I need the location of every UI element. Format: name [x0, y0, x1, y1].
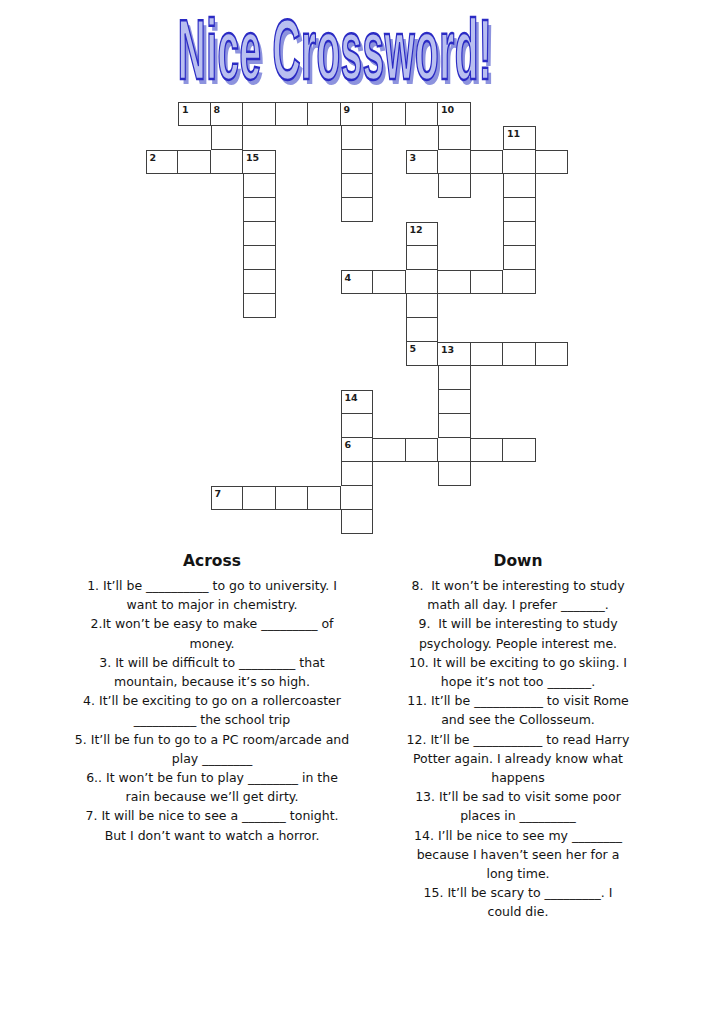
clue-across-6-line: 6.. It won’t be fun to play ________ in … [58, 768, 366, 787]
grid-cell[interactable]: 2 [146, 150, 179, 174]
clue-down-9-line: psychology. People interest me. [388, 634, 648, 653]
grid-cell[interactable] [243, 270, 276, 294]
grid-cell[interactable] [471, 342, 504, 366]
cell-number: 13 [441, 344, 454, 355]
clue-across-4-line: __________ the school trip [58, 710, 366, 729]
clue-down-14-line: 14. I’ll be nice to see my ________ [388, 826, 648, 845]
grid-cell[interactable] [341, 126, 374, 150]
grid-cell[interactable] [341, 486, 374, 510]
clue-across-2-line: 2.It won’t be easy to make _________ of [58, 614, 366, 633]
grid-cell[interactable] [341, 198, 374, 222]
grid-cell[interactable] [438, 414, 471, 438]
grid-cell[interactable] [243, 486, 276, 510]
grid-cell[interactable]: 15 [243, 150, 276, 174]
grid-cell[interactable] [406, 102, 439, 126]
grid-cell[interactable] [406, 438, 439, 462]
grid-cell[interactable] [438, 390, 471, 414]
cell-number: 6 [345, 439, 352, 450]
clue-across-6-line: rain because we’ll get dirty. [58, 787, 366, 806]
grid-cell[interactable] [438, 438, 471, 462]
grid-cell[interactable] [308, 102, 341, 126]
clue-down-8-line: 8. It won’t be interesting to study [388, 576, 648, 595]
grid-cell[interactable] [471, 270, 504, 294]
grid-cell[interactable] [341, 150, 374, 174]
grid-cell[interactable]: 14 [341, 390, 374, 414]
grid-cell[interactable] [406, 318, 439, 342]
grid-cell[interactable] [211, 150, 244, 174]
grid-cell[interactable] [536, 150, 569, 174]
cell-number: 14 [345, 392, 358, 403]
grid-cell[interactable] [178, 150, 211, 174]
grid-cell[interactable] [438, 126, 471, 150]
clue-down-14-line: because I haven’t seen her for a [388, 845, 648, 864]
down-clues-list: 8. It won’t be interesting to studymath … [388, 576, 648, 922]
cell-number: 15 [246, 152, 259, 163]
clue-down-15-line: could die. [388, 902, 648, 921]
cell-number: 12 [410, 224, 423, 235]
grid-cell[interactable] [373, 438, 406, 462]
grid-cell[interactable]: 4 [341, 270, 374, 294]
clue-down-12-line: 12. It’ll be ___________ to read Harry [388, 730, 648, 749]
cell-number: 5 [410, 343, 417, 354]
grid-cell[interactable] [503, 438, 536, 462]
grid-cell[interactable] [341, 462, 374, 486]
clue-across-5-line: play ________ [58, 749, 366, 768]
grid-cell[interactable] [438, 366, 471, 390]
cell-number: 3 [410, 152, 417, 163]
clue-across-1-line: want to major in chemistry. [58, 595, 366, 614]
clue-across-5-line: 5. It’ll be fun to go to a PC room/arcad… [58, 730, 366, 749]
grid-cell[interactable]: 8 [211, 102, 244, 126]
across-clues-section: Across 1. It’ll be __________ to go to u… [58, 551, 366, 845]
crossword-worksheet: Nice Crossword! 189101121531245131467 Ac… [0, 0, 724, 1024]
grid-cell[interactable]: 3 [406, 150, 439, 174]
across-clues-list: 1. It’ll be __________ to go to universi… [58, 576, 366, 845]
clue-across-3-line: 3. It will be difficult to _________ tha… [58, 653, 366, 672]
clue-across-3-line: mountain, because it’s so high. [58, 672, 366, 691]
clue-down-10-line: hope it’s not too _______. [388, 672, 648, 691]
grid-cell[interactable] [243, 222, 276, 246]
cell-number: 7 [215, 488, 222, 499]
grid-cell[interactable] [503, 246, 536, 270]
grid-cell[interactable] [503, 198, 536, 222]
clue-down-11-line: and see the Collosseum. [388, 710, 648, 729]
grid-cell[interactable] [243, 198, 276, 222]
grid-cell[interactable]: 5 [406, 342, 439, 366]
down-heading: Down [388, 551, 648, 571]
grid-cell[interactable] [438, 174, 471, 198]
cell-number: 8 [214, 104, 221, 115]
down-clues-section: Down 8. It won’t be interesting to study… [388, 551, 648, 922]
grid-cell[interactable] [341, 414, 374, 438]
cell-number: 11 [507, 128, 520, 139]
clue-down-11-line: 11. It’ll be ___________ to visit Rome [388, 691, 648, 710]
grid-cell[interactable]: 11 [503, 126, 536, 150]
grid-cell[interactable] [373, 102, 406, 126]
grid-cell[interactable] [438, 270, 471, 294]
grid-cell[interactable]: 9 [341, 102, 374, 126]
crossword-grid: 189101121531245131467 [146, 102, 569, 534]
cell-number: 4 [345, 272, 352, 283]
grid-cell[interactable] [471, 438, 504, 462]
grid-cell[interactable] [406, 294, 439, 318]
clue-down-15-line: 15. It’ll be scary to _________. I [388, 883, 648, 902]
clue-across-7-line: 7. It will be nice to see a _______ toni… [58, 806, 366, 825]
grid-cell[interactable]: 13 [438, 342, 471, 366]
grid-cell[interactable] [373, 270, 406, 294]
clue-across-4-line: 4. It’ll be exciting to go on a rollerco… [58, 691, 366, 710]
grid-cell[interactable]: 6 [341, 438, 374, 462]
grid-cell[interactable] [341, 174, 374, 198]
clue-down-13-line: 13. It’ll be sad to visit some poor [388, 787, 648, 806]
grid-cell[interactable] [243, 294, 276, 318]
cell-number: 10 [441, 104, 454, 115]
grid-cell[interactable] [276, 486, 309, 510]
grid-cell[interactable] [536, 342, 569, 366]
grid-cell[interactable] [243, 174, 276, 198]
grid-cell[interactable] [406, 270, 439, 294]
grid-cell[interactable] [211, 126, 244, 150]
cell-number: 1 [182, 104, 189, 115]
clue-down-8-line: math all day. I prefer _______. [388, 595, 648, 614]
grid-cell[interactable] [503, 174, 536, 198]
grid-cell[interactable] [471, 150, 504, 174]
clue-across-7-line: But I don’t want to watch a horror. [58, 826, 366, 845]
grid-cell[interactable] [243, 102, 276, 126]
grid-cell[interactable]: 12 [406, 222, 439, 246]
grid-cell[interactable] [276, 102, 309, 126]
clue-down-9-line: 9. It will be interesting to study [388, 614, 648, 633]
page-title: Nice Crossword! [172, 6, 498, 92]
clue-down-14-line: long time. [388, 864, 648, 883]
grid-cell[interactable] [503, 342, 536, 366]
grid-cell[interactable] [503, 270, 536, 294]
cell-number: 9 [344, 104, 351, 115]
grid-cell[interactable] [243, 246, 276, 270]
clue-down-10-line: 10. It will be exciting to go skiing. I [388, 653, 648, 672]
clue-across-2-line: money. [58, 634, 366, 653]
across-heading: Across [58, 551, 366, 571]
grid-cell[interactable] [438, 150, 471, 174]
grid-cell[interactable]: 7 [211, 486, 244, 510]
cell-number: 2 [150, 152, 157, 163]
clue-down-12-line: Potter again. I already know what [388, 749, 648, 768]
clue-down-12-line: happens [388, 768, 648, 787]
grid-cell[interactable] [438, 462, 471, 486]
grid-cell[interactable] [503, 222, 536, 246]
grid-cell[interactable]: 10 [438, 102, 471, 126]
grid-cell[interactable] [341, 510, 374, 534]
clue-across-1-line: 1. It’ll be __________ to go to universi… [58, 576, 366, 595]
grid-cell[interactable] [503, 150, 536, 174]
clue-down-13-line: places in _________ [388, 806, 648, 825]
grid-cell[interactable] [308, 486, 341, 510]
grid-cell[interactable]: 1 [178, 102, 211, 126]
grid-cell[interactable] [406, 246, 439, 270]
